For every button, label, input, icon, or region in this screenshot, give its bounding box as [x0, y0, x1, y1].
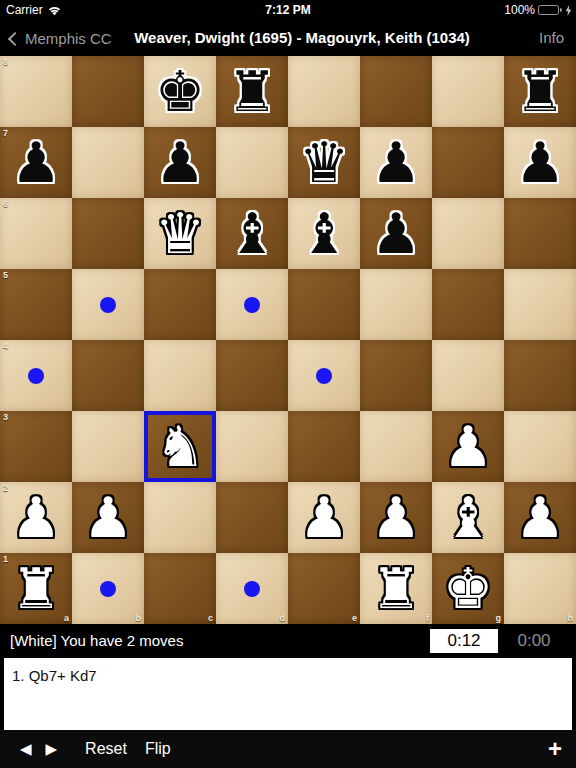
- square-a5[interactable]: 5: [0, 269, 72, 340]
- square-c8[interactable]: ♚: [144, 56, 216, 127]
- move-list-text: 1. Qb7+ Kd7: [4, 658, 572, 693]
- square-h3[interactable]: [504, 411, 576, 482]
- square-c1[interactable]: c: [144, 553, 216, 624]
- white-pawn-piece[interactable]: ♟: [0, 482, 72, 553]
- square-g6[interactable]: [432, 198, 504, 269]
- square-e8[interactable]: [288, 56, 360, 127]
- white-pawn-piece[interactable]: ♟: [288, 482, 360, 553]
- white-pawn-piece[interactable]: ♟: [72, 482, 144, 553]
- white-bishop-piece[interactable]: ♝: [432, 482, 504, 553]
- previous-move-button[interactable]: ◀: [20, 730, 32, 768]
- square-f6[interactable]: ♟: [360, 198, 432, 269]
- next-move-button[interactable]: ▶: [46, 730, 58, 768]
- black-pawn-piece[interactable]: ♟: [0, 127, 72, 198]
- legal-move-dot[interactable]: [100, 581, 116, 597]
- square-b3[interactable]: [72, 411, 144, 482]
- square-c4[interactable]: [144, 340, 216, 411]
- reset-button[interactable]: Reset: [85, 730, 127, 768]
- square-h4[interactable]: [504, 340, 576, 411]
- square-e1[interactable]: e: [288, 553, 360, 624]
- square-f1[interactable]: f♜: [360, 553, 432, 624]
- square-e7[interactable]: ♛: [288, 127, 360, 198]
- clock-time: 7:12 PM: [0, 0, 576, 20]
- square-c7[interactable]: ♟: [144, 127, 216, 198]
- square-a4[interactable]: 4: [0, 340, 72, 411]
- square-a1[interactable]: 1a♜: [0, 553, 72, 624]
- square-a6[interactable]: 6: [0, 198, 72, 269]
- square-e6[interactable]: ♝: [288, 198, 360, 269]
- square-g2[interactable]: ♝: [432, 482, 504, 553]
- black-pawn-piece[interactable]: ♟: [144, 127, 216, 198]
- rank-label-8: 8: [3, 57, 8, 67]
- file-label-b: b: [136, 613, 142, 623]
- square-g4[interactable]: [432, 340, 504, 411]
- rank-label-2: 2: [3, 483, 8, 493]
- bottom-toolbar: ◀ ▶ Reset Flip +: [0, 730, 576, 768]
- white-king-piece[interactable]: ♚: [432, 553, 504, 624]
- black-queen-piece[interactable]: ♛: [288, 127, 360, 198]
- white-pawn-piece[interactable]: ♟: [504, 482, 576, 553]
- square-f8[interactable]: [360, 56, 432, 127]
- square-d8[interactable]: ♜: [216, 56, 288, 127]
- game-title: Weaver, Dwight (1695) - Magouyrk, Keith …: [88, 20, 516, 56]
- rank-label-5: 5: [3, 270, 8, 280]
- square-f3[interactable]: [360, 411, 432, 482]
- square-e3[interactable]: [288, 411, 360, 482]
- square-e2[interactable]: ♟: [288, 482, 360, 553]
- square-a3[interactable]: 3: [0, 411, 72, 482]
- white-clock: 0:12: [430, 629, 498, 653]
- flip-button[interactable]: Flip: [145, 730, 171, 768]
- black-bishop-piece[interactable]: ♝: [216, 198, 288, 269]
- square-b8[interactable]: [72, 56, 144, 127]
- square-f7[interactable]: ♟: [360, 127, 432, 198]
- chess-board: 8♚♜♜7♟♟♛♟♟6♛♝♝♟543♞♟2♟♟♟♟♝♟1a♜bcdef♜g♚h: [0, 56, 576, 624]
- rank-label-6: 6: [3, 199, 8, 209]
- black-pawn-piece[interactable]: ♟: [360, 198, 432, 269]
- square-h5[interactable]: [504, 269, 576, 340]
- file-label-a: a: [64, 613, 69, 623]
- square-h2[interactable]: ♟: [504, 482, 576, 553]
- rank-label-7: 7: [3, 128, 8, 138]
- rank-label-3: 3: [3, 412, 8, 422]
- black-pawn-piece[interactable]: ♟: [360, 127, 432, 198]
- square-e4[interactable]: [288, 340, 360, 411]
- legal-move-dot[interactable]: [316, 368, 332, 384]
- rank-label-1: 1: [3, 554, 8, 564]
- black-pawn-piece[interactable]: ♟: [504, 127, 576, 198]
- square-b5[interactable]: [72, 269, 144, 340]
- white-rook-piece[interactable]: ♜: [0, 553, 72, 624]
- battery-percent-label: 100%: [504, 3, 535, 17]
- square-d7[interactable]: [216, 127, 288, 198]
- square-d2[interactable]: [216, 482, 288, 553]
- square-d1[interactable]: d: [216, 553, 288, 624]
- square-b6[interactable]: [72, 198, 144, 269]
- square-h8[interactable]: ♜: [504, 56, 576, 127]
- move-list-panel[interactable]: 1. Qb7+ Kd7: [4, 658, 572, 730]
- battery-icon: [538, 5, 559, 15]
- square-f4[interactable]: [360, 340, 432, 411]
- legal-move-dot[interactable]: [28, 368, 44, 384]
- square-b4[interactable]: [72, 340, 144, 411]
- square-g8[interactable]: [432, 56, 504, 127]
- app-screen: Carrier 7:12 PM 100% Memphis CC Weaver, …: [0, 0, 576, 768]
- nav-bar: Memphis CC Weaver, Dwight (1695) - Magou…: [0, 20, 576, 56]
- square-a7[interactable]: 7♟: [0, 127, 72, 198]
- file-label-d: d: [280, 613, 286, 623]
- white-pawn-piece[interactable]: ♟: [360, 482, 432, 553]
- status-bar: Carrier 7:12 PM 100%: [0, 0, 576, 20]
- square-c2[interactable]: [144, 482, 216, 553]
- square-a8[interactable]: 8: [0, 56, 72, 127]
- square-g5[interactable]: [432, 269, 504, 340]
- black-rook-piece[interactable]: ♜: [216, 56, 288, 127]
- info-button[interactable]: Info: [539, 20, 564, 56]
- black-rook-piece[interactable]: ♜: [504, 56, 576, 127]
- square-h7[interactable]: ♟: [504, 127, 576, 198]
- white-queen-piece[interactable]: ♛: [144, 198, 216, 269]
- square-a2[interactable]: 2♟: [0, 482, 72, 553]
- square-h6[interactable]: [504, 198, 576, 269]
- square-c3[interactable]: ♞: [144, 411, 216, 482]
- square-f5[interactable]: [360, 269, 432, 340]
- black-bishop-piece[interactable]: ♝: [288, 198, 360, 269]
- square-d6[interactable]: ♝: [216, 198, 288, 269]
- white-rook-piece[interactable]: ♜: [360, 553, 432, 624]
- square-g7[interactable]: [432, 127, 504, 198]
- add-button[interactable]: +: [548, 730, 562, 768]
- charging-bolt-icon: [565, 5, 572, 16]
- square-c5[interactable]: [144, 269, 216, 340]
- turn-status-message: [White] You have 2 moves: [10, 624, 183, 658]
- legal-move-dot[interactable]: [100, 297, 116, 313]
- file-label-h: h: [568, 613, 574, 623]
- black-king-piece[interactable]: ♚: [144, 56, 216, 127]
- file-label-c: c: [208, 613, 213, 623]
- square-b1[interactable]: b: [72, 553, 144, 624]
- square-d5[interactable]: [216, 269, 288, 340]
- legal-move-dot[interactable]: [244, 297, 260, 313]
- square-d3[interactable]: [216, 411, 288, 482]
- rank-label-4: 4: [3, 341, 8, 351]
- chevron-left-icon: [8, 31, 22, 45]
- white-pawn-piece[interactable]: ♟: [432, 411, 504, 482]
- battery-tip: [560, 8, 562, 12]
- square-f2[interactable]: ♟: [360, 482, 432, 553]
- black-clock: 0:00: [504, 629, 564, 653]
- square-g1[interactable]: g♚: [432, 553, 504, 624]
- square-e5[interactable]: [288, 269, 360, 340]
- white-knight-piece[interactable]: ♞: [144, 411, 216, 482]
- file-label-e: e: [352, 613, 357, 623]
- game-status-bar: [White] You have 2 moves 0:12 0:00: [0, 624, 576, 658]
- square-d4[interactable]: [216, 340, 288, 411]
- square-b2[interactable]: ♟: [72, 482, 144, 553]
- legal-move-dot[interactable]: [244, 581, 260, 597]
- square-h1[interactable]: h: [504, 553, 576, 624]
- file-label-g: g: [496, 613, 502, 623]
- file-label-f: f: [426, 613, 429, 623]
- square-b7[interactable]: [72, 127, 144, 198]
- square-g3[interactable]: ♟: [432, 411, 504, 482]
- square-c6[interactable]: ♛: [144, 198, 216, 269]
